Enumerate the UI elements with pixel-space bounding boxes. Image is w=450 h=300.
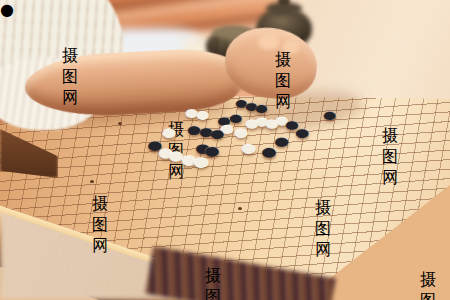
stone-white: ● <box>192 156 210 170</box>
watermark-text: 摄图网 <box>382 126 398 189</box>
stone-white: ● <box>195 110 209 121</box>
photo-go-scene: ●●●●●●●●●●●●●●●●●●●●●●●●●●●●●● ● 摄图网摄图网摄… <box>0 0 450 300</box>
held-white-stone: ● <box>0 0 14 19</box>
stone-white: ● <box>241 142 258 155</box>
stone-white: ● <box>233 128 249 140</box>
stone-white: ● <box>161 128 177 140</box>
stone-black: ● <box>261 145 278 158</box>
knuckle-highlight <box>258 34 280 50</box>
stone-black: ● <box>322 110 336 121</box>
stone-black: ● <box>209 128 225 140</box>
stone-white: ● <box>265 118 280 130</box>
watermark-text: 摄图网 <box>205 266 221 300</box>
watermark-text: 摄图网 <box>275 50 291 113</box>
watermark-text: 摄图网 <box>92 194 108 257</box>
watermark-text: 摄图网 <box>62 46 78 109</box>
watermark-text: 摄图网 <box>315 198 331 261</box>
watermark-text: 摄图网 <box>420 270 436 300</box>
thumb-tip <box>322 88 331 95</box>
stone-black: ● <box>294 128 310 140</box>
stone-black: ● <box>254 103 268 114</box>
